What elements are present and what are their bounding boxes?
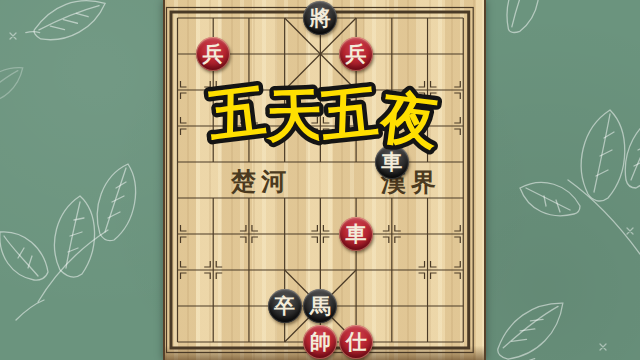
title-text: 五天五夜 — [205, 78, 442, 155]
piece-red-general[interactable]: 帥 — [303, 325, 337, 359]
leaf-sprig-left — [0, 58, 23, 111]
piece-black-soldier[interactable]: 卒 — [268, 289, 302, 323]
leaf-top-left — [26, 0, 106, 60]
piece-red-chariot[interactable]: 車 — [339, 217, 373, 251]
video-frame: 楚河 漢界 將兵兵車車卒馬帥仕 五天五夜 — [0, 0, 640, 360]
leaf-cluster-right — [520, 110, 640, 254]
leaf-bottom-right — [494, 292, 563, 360]
piece-red-advisor[interactable]: 仕 — [339, 325, 373, 359]
piece-grid: 將兵兵車車卒馬帥仕 — [160, 0, 482, 360]
piece-black-general[interactable]: 將 — [303, 1, 337, 35]
leaf-cluster-left — [0, 164, 136, 320]
piece-black-horse[interactable]: 馬 — [303, 289, 337, 323]
title-overlay: 五天五夜 — [199, 72, 469, 164]
piece-red-soldier[interactable]: 兵 — [196, 37, 230, 71]
piece-red-soldier[interactable]: 兵 — [339, 37, 373, 71]
leaf-top-right — [491, 0, 552, 35]
